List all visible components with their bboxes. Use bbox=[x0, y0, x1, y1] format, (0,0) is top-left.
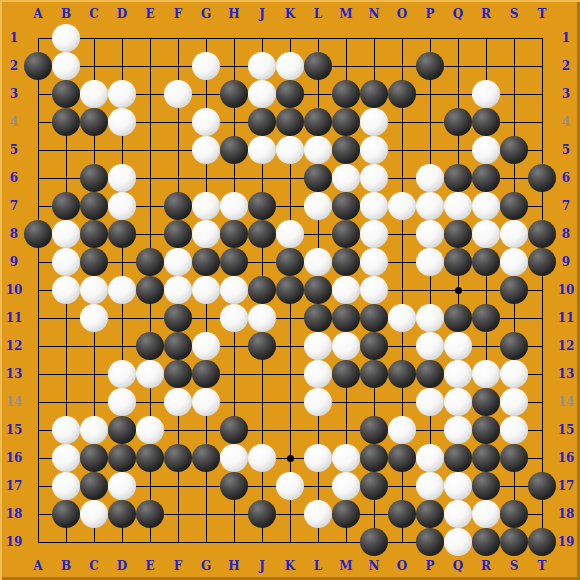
row-label-right: 17 bbox=[552, 478, 580, 494]
row-label-left: 10 bbox=[0, 282, 28, 298]
black-stone bbox=[192, 444, 220, 472]
white-stone bbox=[360, 108, 388, 136]
white-stone bbox=[360, 248, 388, 276]
white-stone bbox=[80, 304, 108, 332]
column-label-top: S bbox=[500, 6, 528, 22]
column-label-bottom: R bbox=[472, 558, 500, 574]
column-label-bottom: F bbox=[164, 558, 192, 574]
black-stone bbox=[248, 220, 276, 248]
row-label-right: 2 bbox=[552, 58, 580, 74]
white-stone bbox=[192, 136, 220, 164]
row-label-left: 12 bbox=[0, 338, 28, 354]
white-stone bbox=[444, 332, 472, 360]
white-stone bbox=[416, 164, 444, 192]
white-stone bbox=[332, 276, 360, 304]
black-stone bbox=[500, 192, 528, 220]
black-stone bbox=[332, 108, 360, 136]
white-stone bbox=[388, 304, 416, 332]
row-label-right: 18 bbox=[552, 506, 580, 522]
white-stone bbox=[52, 52, 80, 80]
white-stone bbox=[52, 444, 80, 472]
white-stone bbox=[304, 136, 332, 164]
black-stone bbox=[24, 52, 52, 80]
column-label-top: M bbox=[332, 6, 360, 22]
row-label-left: 17 bbox=[0, 478, 28, 494]
white-stone bbox=[248, 52, 276, 80]
white-stone bbox=[444, 192, 472, 220]
white-stone bbox=[276, 52, 304, 80]
white-stone bbox=[108, 164, 136, 192]
white-stone bbox=[220, 276, 248, 304]
white-stone bbox=[164, 248, 192, 276]
white-stone bbox=[416, 472, 444, 500]
black-stone bbox=[416, 360, 444, 388]
column-label-bottom: C bbox=[80, 558, 108, 574]
black-stone bbox=[472, 472, 500, 500]
white-stone bbox=[192, 52, 220, 80]
black-stone bbox=[220, 472, 248, 500]
white-stone bbox=[108, 276, 136, 304]
black-stone bbox=[192, 360, 220, 388]
white-stone bbox=[416, 248, 444, 276]
column-label-top: H bbox=[220, 6, 248, 22]
white-stone bbox=[80, 276, 108, 304]
column-label-top: O bbox=[388, 6, 416, 22]
white-stone bbox=[108, 472, 136, 500]
black-stone bbox=[528, 248, 556, 276]
row-label-left: 18 bbox=[0, 506, 28, 522]
white-stone bbox=[220, 444, 248, 472]
column-label-top: E bbox=[136, 6, 164, 22]
white-stone bbox=[248, 444, 276, 472]
white-stone bbox=[304, 500, 332, 528]
black-stone bbox=[444, 220, 472, 248]
black-stone bbox=[248, 192, 276, 220]
column-label-bottom: G bbox=[192, 558, 220, 574]
black-stone bbox=[360, 528, 388, 556]
white-stone bbox=[304, 332, 332, 360]
white-stone bbox=[192, 332, 220, 360]
column-label-top: C bbox=[80, 6, 108, 22]
black-stone bbox=[248, 108, 276, 136]
column-label-bottom: P bbox=[416, 558, 444, 574]
black-stone bbox=[164, 192, 192, 220]
black-stone bbox=[80, 108, 108, 136]
black-stone bbox=[52, 192, 80, 220]
column-label-bottom: M bbox=[332, 558, 360, 574]
black-stone bbox=[500, 276, 528, 304]
white-stone bbox=[192, 220, 220, 248]
white-stone bbox=[276, 472, 304, 500]
white-stone bbox=[220, 192, 248, 220]
black-stone bbox=[388, 444, 416, 472]
row-label-right: 3 bbox=[552, 86, 580, 102]
black-stone bbox=[444, 164, 472, 192]
row-label-right: 10 bbox=[552, 282, 580, 298]
white-stone bbox=[444, 360, 472, 388]
white-stone bbox=[108, 80, 136, 108]
black-stone bbox=[108, 416, 136, 444]
black-stone bbox=[108, 444, 136, 472]
grid-line-vertical bbox=[542, 38, 543, 543]
row-label-right: 16 bbox=[552, 450, 580, 466]
black-stone bbox=[332, 80, 360, 108]
black-stone bbox=[472, 388, 500, 416]
row-label-right: 4 bbox=[552, 114, 580, 130]
column-label-bottom: J bbox=[248, 558, 276, 574]
white-stone bbox=[304, 192, 332, 220]
black-stone bbox=[332, 192, 360, 220]
black-stone bbox=[80, 192, 108, 220]
row-label-right: 14 bbox=[552, 394, 580, 410]
white-stone bbox=[192, 388, 220, 416]
black-stone bbox=[248, 276, 276, 304]
row-label-left: 16 bbox=[0, 450, 28, 466]
column-label-bottom: T bbox=[528, 558, 556, 574]
black-stone bbox=[136, 276, 164, 304]
black-stone bbox=[472, 248, 500, 276]
white-stone bbox=[500, 416, 528, 444]
column-label-top: T bbox=[528, 6, 556, 22]
white-stone bbox=[332, 164, 360, 192]
column-label-top: R bbox=[472, 6, 500, 22]
white-stone bbox=[192, 108, 220, 136]
white-stone bbox=[52, 24, 80, 52]
white-stone bbox=[416, 388, 444, 416]
row-label-right: 11 bbox=[552, 310, 580, 326]
column-label-bottom: K bbox=[276, 558, 304, 574]
black-stone bbox=[108, 500, 136, 528]
column-label-bottom: L bbox=[304, 558, 332, 574]
black-stone bbox=[80, 248, 108, 276]
column-label-bottom: N bbox=[360, 558, 388, 574]
white-stone bbox=[80, 500, 108, 528]
white-stone bbox=[444, 500, 472, 528]
white-stone bbox=[388, 416, 416, 444]
column-label-top: A bbox=[24, 6, 52, 22]
row-label-right: 5 bbox=[552, 142, 580, 158]
black-stone bbox=[388, 360, 416, 388]
white-stone bbox=[192, 276, 220, 304]
black-stone bbox=[164, 304, 192, 332]
black-stone bbox=[528, 164, 556, 192]
white-stone bbox=[52, 248, 80, 276]
row-label-left: 13 bbox=[0, 366, 28, 382]
row-label-left: 1 bbox=[0, 30, 28, 46]
black-stone bbox=[500, 444, 528, 472]
column-label-bottom: S bbox=[500, 558, 528, 574]
white-stone bbox=[248, 304, 276, 332]
column-label-top: P bbox=[416, 6, 444, 22]
black-stone bbox=[304, 164, 332, 192]
white-stone bbox=[304, 388, 332, 416]
white-stone bbox=[52, 416, 80, 444]
row-label-left: 19 bbox=[0, 534, 28, 550]
white-stone bbox=[136, 360, 164, 388]
column-label-top: D bbox=[108, 6, 136, 22]
black-stone bbox=[360, 416, 388, 444]
black-stone bbox=[500, 500, 528, 528]
black-stone bbox=[444, 248, 472, 276]
black-stone bbox=[220, 248, 248, 276]
white-stone bbox=[248, 80, 276, 108]
black-stone bbox=[164, 444, 192, 472]
white-stone bbox=[52, 220, 80, 248]
black-stone bbox=[360, 304, 388, 332]
row-label-left: 11 bbox=[0, 310, 28, 326]
black-stone bbox=[528, 528, 556, 556]
black-stone bbox=[304, 304, 332, 332]
column-label-bottom: O bbox=[388, 558, 416, 574]
column-label-top: G bbox=[192, 6, 220, 22]
black-stone bbox=[332, 360, 360, 388]
black-stone bbox=[472, 164, 500, 192]
white-stone bbox=[332, 332, 360, 360]
black-stone bbox=[472, 444, 500, 472]
column-label-top: N bbox=[360, 6, 388, 22]
black-stone bbox=[304, 52, 332, 80]
white-stone bbox=[332, 472, 360, 500]
white-stone bbox=[164, 388, 192, 416]
white-stone bbox=[360, 192, 388, 220]
black-stone bbox=[24, 220, 52, 248]
white-stone bbox=[80, 80, 108, 108]
white-stone bbox=[472, 220, 500, 248]
black-stone bbox=[388, 80, 416, 108]
black-stone bbox=[332, 500, 360, 528]
row-label-left: 7 bbox=[0, 198, 28, 214]
row-label-right: 15 bbox=[552, 422, 580, 438]
black-stone bbox=[360, 360, 388, 388]
black-stone bbox=[136, 500, 164, 528]
column-label-top: J bbox=[248, 6, 276, 22]
black-stone bbox=[80, 164, 108, 192]
row-label-left: 3 bbox=[0, 86, 28, 102]
black-stone bbox=[304, 108, 332, 136]
white-stone bbox=[444, 528, 472, 556]
column-label-top: K bbox=[276, 6, 304, 22]
black-stone bbox=[472, 416, 500, 444]
column-label-top: Q bbox=[444, 6, 472, 22]
white-stone bbox=[304, 248, 332, 276]
black-stone bbox=[276, 80, 304, 108]
white-stone bbox=[276, 220, 304, 248]
black-stone bbox=[276, 108, 304, 136]
black-stone bbox=[500, 332, 528, 360]
white-stone bbox=[500, 360, 528, 388]
white-stone bbox=[416, 332, 444, 360]
black-stone bbox=[360, 80, 388, 108]
black-stone bbox=[472, 304, 500, 332]
black-stone bbox=[220, 80, 248, 108]
black-stone bbox=[80, 444, 108, 472]
white-stone bbox=[304, 444, 332, 472]
black-stone bbox=[472, 108, 500, 136]
black-stone bbox=[276, 248, 304, 276]
row-label-left: 5 bbox=[0, 142, 28, 158]
black-stone bbox=[80, 220, 108, 248]
black-stone bbox=[52, 500, 80, 528]
column-label-bottom: H bbox=[220, 558, 248, 574]
column-label-bottom: Q bbox=[444, 558, 472, 574]
black-stone bbox=[304, 276, 332, 304]
white-stone bbox=[52, 276, 80, 304]
black-stone bbox=[164, 360, 192, 388]
row-label-right: 12 bbox=[552, 338, 580, 354]
column-label-top: F bbox=[164, 6, 192, 22]
black-stone bbox=[332, 304, 360, 332]
black-stone bbox=[528, 220, 556, 248]
black-stone bbox=[388, 500, 416, 528]
white-stone bbox=[444, 472, 472, 500]
white-stone bbox=[108, 388, 136, 416]
white-stone bbox=[444, 388, 472, 416]
black-stone bbox=[360, 444, 388, 472]
white-stone bbox=[248, 136, 276, 164]
black-stone bbox=[220, 136, 248, 164]
black-stone bbox=[444, 444, 472, 472]
white-stone bbox=[472, 80, 500, 108]
white-stone bbox=[164, 276, 192, 304]
row-label-right: 19 bbox=[552, 534, 580, 550]
black-stone bbox=[332, 220, 360, 248]
white-stone bbox=[416, 220, 444, 248]
black-stone bbox=[164, 220, 192, 248]
black-stone bbox=[528, 472, 556, 500]
star-point bbox=[455, 287, 462, 294]
row-label-left: 14 bbox=[0, 394, 28, 410]
white-stone bbox=[220, 304, 248, 332]
white-stone bbox=[444, 416, 472, 444]
row-label-left: 9 bbox=[0, 254, 28, 270]
white-stone bbox=[360, 276, 388, 304]
white-stone bbox=[416, 304, 444, 332]
white-stone bbox=[52, 472, 80, 500]
black-stone bbox=[220, 220, 248, 248]
row-label-right: 8 bbox=[552, 226, 580, 242]
black-stone bbox=[360, 472, 388, 500]
white-stone bbox=[360, 220, 388, 248]
black-stone bbox=[108, 220, 136, 248]
go-board[interactable]: AABBCCDDEEFFGGHHJJKKLLMMNNOOPPQQRRSSTT11… bbox=[0, 0, 580, 580]
black-stone bbox=[444, 108, 472, 136]
white-stone bbox=[472, 500, 500, 528]
white-stone bbox=[416, 192, 444, 220]
black-stone bbox=[164, 332, 192, 360]
column-label-bottom: E bbox=[136, 558, 164, 574]
column-label-bottom: B bbox=[52, 558, 80, 574]
white-stone bbox=[360, 164, 388, 192]
white-stone bbox=[304, 360, 332, 388]
white-stone bbox=[500, 220, 528, 248]
black-stone bbox=[472, 528, 500, 556]
black-stone bbox=[332, 248, 360, 276]
black-stone bbox=[416, 52, 444, 80]
black-stone bbox=[80, 472, 108, 500]
black-stone bbox=[444, 304, 472, 332]
black-stone bbox=[500, 528, 528, 556]
black-stone bbox=[360, 332, 388, 360]
black-stone bbox=[332, 136, 360, 164]
white-stone bbox=[164, 80, 192, 108]
black-stone bbox=[416, 528, 444, 556]
white-stone bbox=[108, 360, 136, 388]
white-stone bbox=[332, 444, 360, 472]
black-stone bbox=[220, 416, 248, 444]
white-stone bbox=[472, 192, 500, 220]
white-stone bbox=[360, 136, 388, 164]
white-stone bbox=[136, 416, 164, 444]
white-stone bbox=[500, 388, 528, 416]
column-label-bottom: A bbox=[24, 558, 52, 574]
white-stone bbox=[388, 192, 416, 220]
white-stone bbox=[276, 136, 304, 164]
row-label-left: 15 bbox=[0, 422, 28, 438]
black-stone bbox=[500, 136, 528, 164]
white-stone bbox=[416, 444, 444, 472]
black-stone bbox=[192, 248, 220, 276]
column-label-top: L bbox=[304, 6, 332, 22]
white-stone bbox=[192, 192, 220, 220]
white-stone bbox=[108, 192, 136, 220]
white-stone bbox=[472, 360, 500, 388]
black-stone bbox=[136, 248, 164, 276]
black-stone bbox=[52, 108, 80, 136]
row-label-right: 9 bbox=[552, 254, 580, 270]
black-stone bbox=[136, 332, 164, 360]
star-point bbox=[287, 455, 294, 462]
black-stone bbox=[136, 444, 164, 472]
black-stone bbox=[416, 500, 444, 528]
white-stone bbox=[500, 248, 528, 276]
row-label-right: 6 bbox=[552, 170, 580, 186]
white-stone bbox=[108, 108, 136, 136]
row-label-right: 13 bbox=[552, 366, 580, 382]
column-label-bottom: D bbox=[108, 558, 136, 574]
column-label-top: B bbox=[52, 6, 80, 22]
row-label-left: 6 bbox=[0, 170, 28, 186]
black-stone bbox=[52, 80, 80, 108]
row-label-right: 7 bbox=[552, 198, 580, 214]
black-stone bbox=[248, 500, 276, 528]
row-label-left: 4 bbox=[0, 114, 28, 130]
white-stone bbox=[80, 416, 108, 444]
white-stone bbox=[472, 136, 500, 164]
black-stone bbox=[276, 276, 304, 304]
row-label-right: 1 bbox=[552, 30, 580, 46]
black-stone bbox=[248, 332, 276, 360]
